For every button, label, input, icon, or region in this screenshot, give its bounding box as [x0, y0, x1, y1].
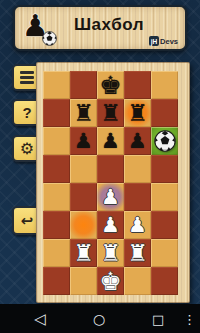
square-r6c1[interactable] — [43, 211, 70, 239]
publisher-logo: jH Devs — [149, 36, 178, 46]
square-r5c2[interactable] — [70, 183, 97, 211]
square-r2c1[interactable] — [43, 99, 70, 127]
square-r4c3[interactable] — [97, 155, 124, 183]
black-pawn: ♟ — [74, 131, 93, 152]
chessboard-frame: ♚♜♜♜♟♟♟♟♟♟♜♜♜♚ — [36, 62, 190, 303]
square-r2c3[interactable]: ♜ — [97, 99, 124, 127]
publisher-name: Devs — [160, 37, 178, 46]
square-r8c1[interactable] — [43, 267, 70, 295]
square-r8c3[interactable]: ♚ — [97, 267, 124, 295]
back-icon[interactable]: ◁ — [34, 311, 46, 326]
square-r8c2[interactable] — [70, 267, 97, 295]
recents-icon[interactable]: □ — [152, 312, 164, 325]
help-icon: ? — [22, 104, 31, 121]
undo-icon: ↩ — [21, 212, 34, 230]
hamburger-menu-icon — [20, 71, 34, 74]
square-r6c3[interactable]: ♟ — [97, 211, 124, 239]
white-pawn: ♟ — [128, 215, 147, 236]
square-r6c5[interactable] — [151, 211, 178, 239]
square-r1c3[interactable]: ♚ — [97, 71, 124, 99]
black-pawn: ♟ — [101, 131, 120, 152]
white-rook: ♜ — [100, 242, 121, 265]
square-r4c5[interactable] — [151, 155, 178, 183]
square-r8c4[interactable] — [124, 267, 151, 295]
square-r2c4[interactable]: ♜ — [124, 99, 151, 127]
black-king: ♚ — [99, 73, 121, 98]
home-icon[interactable]: ○ — [93, 312, 105, 326]
square-r7c5[interactable] — [151, 239, 178, 267]
square-r1c2[interactable] — [70, 71, 97, 99]
square-r7c3[interactable]: ♜ — [97, 239, 124, 267]
square-r5c5[interactable] — [151, 183, 178, 211]
square-r1c5[interactable] — [151, 71, 178, 99]
square-r1c4[interactable] — [124, 71, 151, 99]
square-r3c1[interactable] — [43, 127, 70, 155]
square-r7c1[interactable] — [43, 239, 70, 267]
android-navigation-bar: ◁ ○ □ ⋮ — [0, 304, 200, 333]
square-r5c3[interactable]: ♟ — [97, 183, 124, 211]
square-r3c5[interactable] — [151, 127, 178, 155]
white-king: ♚ — [99, 269, 121, 294]
square-r8c5[interactable] — [151, 267, 178, 295]
white-rook: ♜ — [127, 242, 148, 265]
square-r4c4[interactable] — [124, 155, 151, 183]
white-pawn: ♟ — [101, 215, 120, 236]
app-screen: ♟ Шахбол jH Devs ? ⚙ ↩ ♚♜♜♜♟♟♟ — [0, 0, 200, 333]
square-r2c5[interactable] — [151, 99, 178, 127]
square-r5c1[interactable] — [43, 183, 70, 211]
square-r3c4[interactable]: ♟ — [124, 127, 151, 155]
settings-gear-icon: ⚙ — [20, 139, 34, 158]
square-r6c2[interactable] — [70, 211, 97, 239]
black-rook: ♜ — [127, 102, 148, 125]
publisher-badge: jH — [149, 36, 159, 46]
black-rook: ♜ — [73, 102, 94, 125]
overflow-menu-icon[interactable]: ⋮ — [183, 312, 196, 325]
square-r5c4[interactable] — [124, 183, 151, 211]
board-grid: ♚♜♜♜♟♟♟♟♟♟♜♜♜♚ — [43, 71, 178, 295]
square-r7c4[interactable]: ♜ — [124, 239, 151, 267]
football — [154, 130, 176, 152]
black-rook: ♜ — [100, 102, 121, 125]
header-plaque: ♟ Шахбол jH Devs — [13, 5, 187, 51]
square-r4c2[interactable] — [70, 155, 97, 183]
square-r2c2[interactable]: ♜ — [70, 99, 97, 127]
white-rook: ♜ — [73, 242, 94, 265]
black-pawn: ♟ — [128, 131, 147, 152]
square-r7c2[interactable]: ♜ — [70, 239, 97, 267]
app-title: Шахбол — [33, 15, 185, 35]
square-r3c3[interactable]: ♟ — [97, 127, 124, 155]
square-r6c4[interactable]: ♟ — [124, 211, 151, 239]
square-r4c1[interactable] — [43, 155, 70, 183]
square-r3c2[interactable]: ♟ — [70, 127, 97, 155]
white-pawn: ♟ — [101, 187, 120, 208]
square-r1c1[interactable] — [43, 71, 70, 99]
